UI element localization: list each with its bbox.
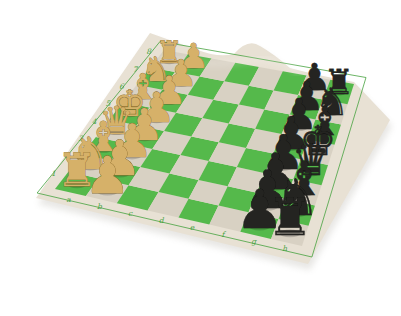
piece-bR-h1: ♜ — [267, 187, 313, 247]
file-label-e: e — [190, 223, 195, 232]
chess-set-photo: abcdefgh12345678♜♟♞♟♟♜♝♟♟♞♚♟♟♛♝♟♟♝♚♟♞♟♛♟… — [0, 0, 401, 316]
rank-label-1: 1 — [51, 169, 56, 178]
piece-wP-b1: ♟ — [85, 145, 131, 205]
chess-board: abcdefgh12345678♜♟♞♟♟♜♝♟♟♞♚♟♟♛♝♟♟♝♚♟♞♟♛♟… — [0, 0, 401, 316]
